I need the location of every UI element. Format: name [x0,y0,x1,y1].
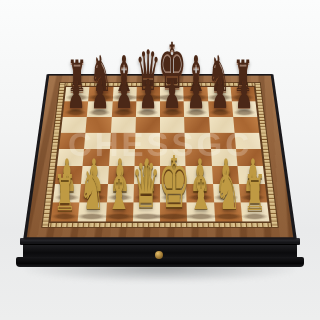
chess-set-photo: CHESSGC ♜♞♝♛♚♝♞♜♟♟♟♟♟♟♟♟♟♟♟♟♟♟♟♟♜♞♝♛♚♝♞♜ [0,0,320,320]
white-rook-glyph: ♜ [54,168,76,218]
black-pawn-glyph: ♟ [235,74,253,114]
black-pawn-glyph: ♟ [211,74,229,114]
piece-black-pawn[interactable]: ♟ [185,88,208,114]
black-pawn-glyph: ♟ [187,74,205,114]
drawer-knob-icon[interactable] [155,251,163,259]
black-pawn-glyph: ♟ [66,74,84,114]
piece-black-pawn[interactable]: ♟ [233,88,256,114]
black-pawn-glyph: ♟ [91,74,109,114]
black-pawn-glyph: ♟ [139,74,157,114]
piece-black-pawn[interactable]: ♟ [112,88,135,114]
piece-white-knight[interactable]: ♞ [212,182,244,218]
white-knight-glyph: ♞ [215,162,240,218]
piece-black-pawn[interactable]: ♟ [209,88,232,114]
piece-black-pawn[interactable]: ♟ [161,88,184,114]
piece-black-pawn[interactable]: ♟ [64,88,87,114]
black-pawn-glyph: ♟ [163,74,181,114]
piece-white-rook[interactable]: ♜ [241,186,270,218]
white-knight-glyph: ♞ [80,162,105,218]
black-pawn-glyph: ♟ [115,74,133,114]
piece-black-pawn[interactable]: ♟ [136,88,159,114]
piece-black-pawn[interactable]: ♟ [88,88,111,114]
white-bishop-glyph: ♝ [188,162,213,218]
white-rook-glyph: ♜ [244,168,266,218]
